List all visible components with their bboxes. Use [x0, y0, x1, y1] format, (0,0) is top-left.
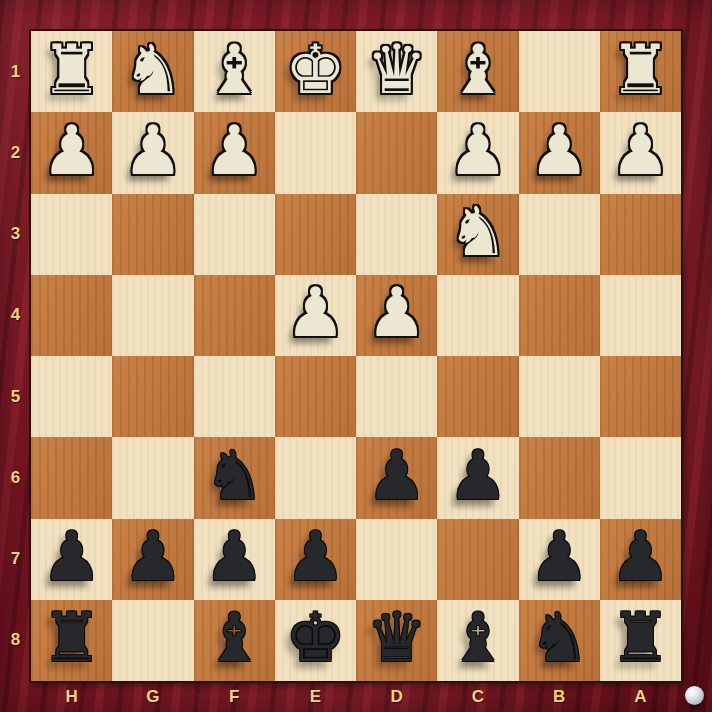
square-a1[interactable]: ♜	[600, 31, 681, 112]
square-b8[interactable]: ♞	[519, 600, 600, 681]
white-pawn: ♟	[41, 117, 102, 185]
rank-label-4: 4	[0, 275, 31, 356]
square-d6[interactable]: ♟	[356, 437, 437, 518]
rank-label-7: 7	[0, 519, 31, 600]
square-d5[interactable]	[356, 356, 437, 437]
ball-icon	[685, 686, 704, 705]
file-label-c: C	[437, 681, 518, 712]
white-pawn: ♟	[122, 117, 183, 185]
square-b2[interactable]: ♟	[519, 112, 600, 193]
white-queen: ♛	[366, 36, 427, 104]
black-pawn: ♟	[447, 442, 508, 510]
square-e4[interactable]: ♟	[275, 275, 356, 356]
square-d7[interactable]	[356, 519, 437, 600]
square-h5[interactable]	[31, 356, 112, 437]
square-g3[interactable]	[112, 194, 193, 275]
file-label-b: B	[519, 681, 600, 712]
white-pawn: ♟	[529, 117, 590, 185]
file-label-d: D	[356, 681, 437, 712]
file-label-h: H	[31, 681, 112, 712]
white-rook: ♜	[41, 36, 102, 104]
square-h4[interactable]	[31, 275, 112, 356]
square-h8[interactable]: ♜	[31, 600, 112, 681]
square-f8[interactable]: ♝	[194, 600, 275, 681]
black-pawn: ♟	[285, 523, 346, 591]
square-c5[interactable]	[437, 356, 518, 437]
black-pawn: ♟	[122, 523, 183, 591]
square-h6[interactable]	[31, 437, 112, 518]
square-e2[interactable]	[275, 112, 356, 193]
rank-label-1: 1	[0, 31, 31, 112]
square-a8[interactable]: ♜	[600, 600, 681, 681]
black-bishop: ♝	[447, 604, 508, 672]
square-f4[interactable]	[194, 275, 275, 356]
square-f6[interactable]: ♞	[194, 437, 275, 518]
rank-label-6: 6	[0, 437, 31, 518]
square-h2[interactable]: ♟	[31, 112, 112, 193]
square-c2[interactable]: ♟	[437, 112, 518, 193]
square-e7[interactable]: ♟	[275, 519, 356, 600]
black-rook: ♜	[41, 604, 102, 672]
black-bishop: ♝	[204, 604, 265, 672]
square-f2[interactable]: ♟	[194, 112, 275, 193]
black-pawn: ♟	[610, 523, 671, 591]
white-king: ♚	[285, 36, 346, 104]
square-c1[interactable]: ♝	[437, 31, 518, 112]
square-e3[interactable]	[275, 194, 356, 275]
square-g1[interactable]: ♞	[112, 31, 193, 112]
white-knight: ♞	[447, 198, 508, 266]
black-queen: ♛	[366, 604, 427, 672]
white-pawn: ♟	[285, 279, 346, 347]
black-pawn: ♟	[204, 523, 265, 591]
square-d3[interactable]	[356, 194, 437, 275]
square-a5[interactable]	[600, 356, 681, 437]
black-king: ♚	[285, 604, 346, 672]
file-label-a: A	[600, 681, 681, 712]
board: ♜♞♝♚♛♝♜♟♟♟♟♟♟♞♟♟♞♟♟♟♟♟♟♟♟♜♝♚♛♝♞♜	[31, 31, 681, 681]
rank-label-5: 5	[0, 356, 31, 437]
square-a3[interactable]	[600, 194, 681, 275]
square-g8[interactable]	[112, 600, 193, 681]
square-h3[interactable]	[31, 194, 112, 275]
square-f5[interactable]	[194, 356, 275, 437]
rank-label-8: 8	[0, 600, 31, 681]
square-b5[interactable]	[519, 356, 600, 437]
white-pawn: ♟	[610, 117, 671, 185]
square-b6[interactable]	[519, 437, 600, 518]
square-e5[interactable]	[275, 356, 356, 437]
square-a2[interactable]: ♟	[600, 112, 681, 193]
white-pawn: ♟	[204, 117, 265, 185]
white-pawn: ♟	[366, 279, 427, 347]
square-h7[interactable]: ♟	[31, 519, 112, 600]
square-d1[interactable]: ♛	[356, 31, 437, 112]
square-e8[interactable]: ♚	[275, 600, 356, 681]
square-c8[interactable]: ♝	[437, 600, 518, 681]
square-b7[interactable]: ♟	[519, 519, 600, 600]
black-knight: ♞	[204, 442, 265, 510]
square-d2[interactable]	[356, 112, 437, 193]
white-pawn: ♟	[447, 117, 508, 185]
square-f1[interactable]: ♝	[194, 31, 275, 112]
square-d8[interactable]: ♛	[356, 600, 437, 681]
white-knight: ♞	[122, 36, 183, 104]
square-g4[interactable]	[112, 275, 193, 356]
square-d4[interactable]: ♟	[356, 275, 437, 356]
square-g5[interactable]	[112, 356, 193, 437]
black-pawn: ♟	[366, 442, 427, 510]
black-pawn: ♟	[41, 523, 102, 591]
black-rook: ♜	[610, 604, 671, 672]
square-g2[interactable]: ♟	[112, 112, 193, 193]
square-c7[interactable]	[437, 519, 518, 600]
square-a7[interactable]: ♟	[600, 519, 681, 600]
square-b1[interactable]	[519, 31, 600, 112]
file-label-g: G	[112, 681, 193, 712]
file-label-f: F	[194, 681, 275, 712]
square-c3[interactable]: ♞	[437, 194, 518, 275]
black-knight: ♞	[529, 604, 590, 672]
black-pawn: ♟	[529, 523, 590, 591]
rank-labels: 12345678	[0, 31, 31, 681]
square-a4[interactable]	[600, 275, 681, 356]
square-c6[interactable]: ♟	[437, 437, 518, 518]
square-e1[interactable]: ♚	[275, 31, 356, 112]
square-e6[interactable]	[275, 437, 356, 518]
file-labels: HGFEDCBA	[31, 681, 681, 712]
square-b4[interactable]	[519, 275, 600, 356]
square-c4[interactable]	[437, 275, 518, 356]
rank-label-3: 3	[0, 194, 31, 275]
white-bishop: ♝	[447, 36, 508, 104]
file-label-e: E	[275, 681, 356, 712]
square-b3[interactable]	[519, 194, 600, 275]
square-a6[interactable]	[600, 437, 681, 518]
square-f7[interactable]: ♟	[194, 519, 275, 600]
rank-label-2: 2	[0, 112, 31, 193]
square-g6[interactable]	[112, 437, 193, 518]
square-h1[interactable]: ♜	[31, 31, 112, 112]
white-rook: ♜	[610, 36, 671, 104]
board-frame: 12345678 ♜♞♝♚♛♝♜♟♟♟♟♟♟♞♟♟♞♟♟♟♟♟♟♟♟♜♝♚♛♝♞…	[0, 0, 712, 712]
square-f3[interactable]	[194, 194, 275, 275]
white-bishop: ♝	[204, 36, 265, 104]
square-g7[interactable]: ♟	[112, 519, 193, 600]
